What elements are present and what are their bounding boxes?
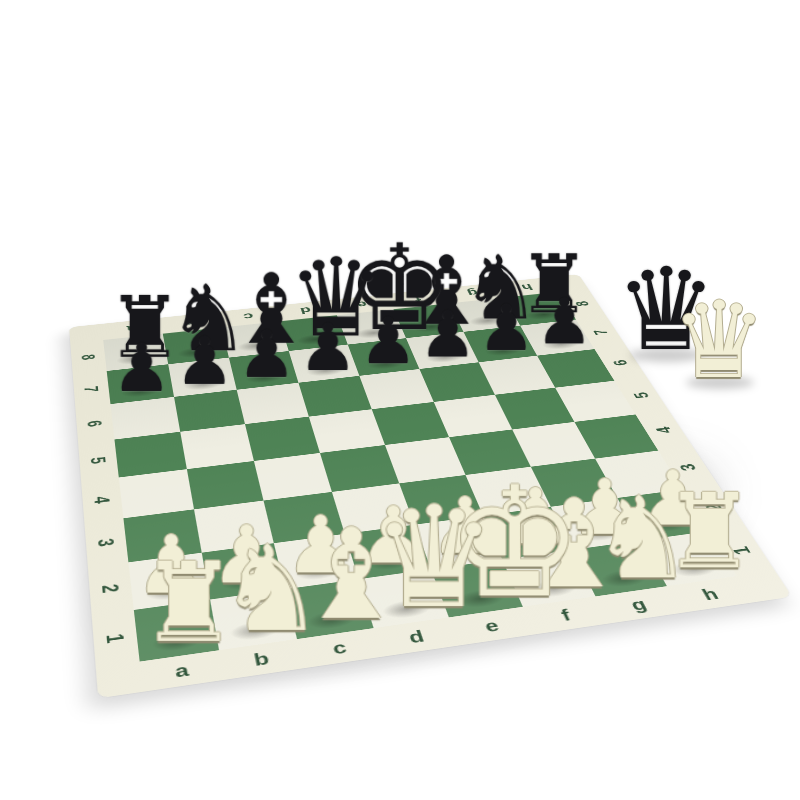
black-pawn-glyph: ♟ — [358, 314, 419, 369]
black-pawn-glyph: ♟ — [476, 301, 536, 355]
rank-label-right-5: 5 — [626, 386, 658, 404]
black-pawn-glyph: ♟ — [173, 333, 236, 389]
rank-label-left-5: 5 — [85, 450, 111, 470]
piece-black-pawn-a7: ♟ — [107, 364, 174, 404]
rank-label-left-7: 7 — [79, 380, 103, 398]
rank-label-left-3: 3 — [92, 531, 120, 555]
spare-white-queen-piece: ♛ — [671, 296, 766, 386]
piece-black-pawn-b7: ♟ — [168, 357, 236, 396]
black-pawn-glyph: ♟ — [110, 340, 173, 397]
black-pawn-glyph: ♟ — [417, 307, 478, 362]
piece-black-pawn-d7: ♟ — [289, 344, 360, 382]
file-label-bottom-c: c — [319, 636, 359, 660]
black-pawn-glyph: ♟ — [236, 327, 298, 383]
rank-label-left-1: 1 — [100, 625, 131, 653]
rank-label-left-4: 4 — [88, 489, 115, 511]
rank-label-right-4: 4 — [647, 421, 680, 440]
file-label-bottom-h: h — [689, 583, 732, 605]
file-label-bottom-b: b — [241, 647, 281, 672]
black-pawn-glyph: ♟ — [297, 320, 359, 376]
rank-label-left-6: 6 — [82, 414, 107, 433]
rank-label-left-8: 8 — [77, 349, 101, 366]
piece-black-pawn-c7: ♟ — [229, 351, 299, 390]
file-label-bottom-a: a — [162, 658, 201, 683]
white-rook-glyph: ♜ — [139, 557, 218, 651]
piece-white-rook-a1: ♜ — [134, 599, 219, 661]
rank-label-left-2: 2 — [96, 576, 126, 601]
product-photo-scene: aa88bb77cc66dd55ee44ff33gg22hh11 ♜♞♝♛♚♝♞… — [0, 0, 800, 800]
